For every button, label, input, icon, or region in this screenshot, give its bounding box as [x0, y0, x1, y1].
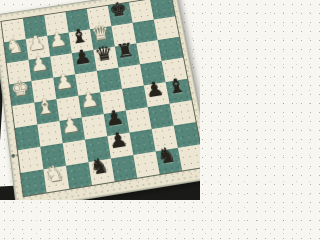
white-bishop-e2[interactable]: ♝	[32, 93, 58, 122]
black-pawn-g5[interactable]: ♟	[105, 126, 132, 156]
chess-board[interactable]: ❖✣ ♞♟♟♛♟♚♟♝♟♟♞♚♝♟♛♜♟♝♟♟♞♞	[0, 0, 200, 200]
black-knight-h7[interactable]: ♞	[153, 141, 180, 171]
photo-background: { "game": "chess", "scene_description": …	[0, 0, 200, 200]
white-knight-h2[interactable]: ♞	[41, 159, 67, 190]
white-pawn-f3[interactable]: ♟	[58, 111, 84, 140]
white-pawn-e4[interactable]: ♟	[76, 86, 102, 115]
white-pawn-c2[interactable]: ♟	[27, 50, 52, 78]
black-rook-c6[interactable]: ♜	[113, 37, 139, 65]
white-pawn-d3[interactable]: ♟	[51, 68, 77, 96]
black-knight-h4[interactable]: ♞	[86, 152, 113, 182]
white-king-d1[interactable]: ♚	[8, 75, 33, 104]
black-bishop-e8[interactable]: ♝	[163, 72, 190, 101]
black-king-a6[interactable]: ♚	[106, 0, 131, 24]
square-h8[interactable]	[178, 144, 200, 170]
